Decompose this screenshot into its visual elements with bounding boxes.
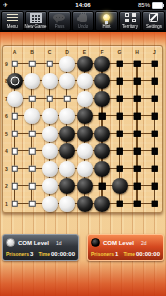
territory-black [116, 78, 123, 85]
row-label: 6 [5, 114, 8, 119]
row-label: 2 [5, 184, 8, 189]
col-label: J [153, 50, 156, 55]
stone-black [94, 161, 110, 177]
col-label: D [65, 50, 69, 55]
territory-label: Territory [122, 24, 138, 29]
territory-black [116, 60, 123, 67]
col-label: H [135, 50, 139, 55]
grid-layer: ABCDEFGHJ987654321 [14, 63, 155, 204]
settings-button[interactable]: Settings [142, 11, 165, 31]
white-time-label: Time [38, 251, 50, 257]
stone-white [77, 73, 93, 89]
pass-icon [53, 12, 65, 23]
col-label: F [100, 50, 103, 55]
row-label: 9 [5, 61, 8, 66]
pass-label: Pass [55, 24, 65, 29]
territory-black [151, 95, 158, 102]
stone-black [59, 143, 75, 159]
territory-black [116, 200, 123, 207]
stone-white [77, 143, 93, 159]
stone-black [112, 178, 128, 194]
territory-icon [125, 12, 136, 23]
territory-white [46, 95, 53, 102]
stone-white [42, 126, 58, 142]
row-label: 5 [5, 131, 8, 136]
white-prisoners-count: 3 [29, 251, 33, 257]
territory-white [46, 60, 53, 67]
menu-label: Menu [7, 24, 18, 29]
territory-black [134, 113, 141, 120]
white-player-rank: 1d [56, 240, 62, 246]
stone-black [94, 91, 110, 107]
territory-black [134, 148, 141, 155]
col-label: G [118, 50, 122, 55]
new-game-label: New Game [25, 24, 47, 29]
black-stone-icon [91, 238, 100, 247]
player-panel-white[interactable]: COM Level 1d Prisoners 3 Time 00:00:00 [2, 234, 79, 261]
undo-label: Undo [78, 24, 89, 29]
territory-black [151, 78, 158, 85]
battery-icon [152, 2, 163, 9]
territory-black [116, 148, 123, 155]
white-time-value: 00:00:00 [51, 251, 75, 257]
stone-white [77, 161, 93, 177]
stone-black [94, 196, 110, 212]
row-label: 1 [5, 201, 8, 206]
stone-black [7, 73, 23, 89]
go-board[interactable]: ABCDEFGHJ987654321 [2, 45, 163, 213]
black-prisoners-count: 1 [114, 251, 118, 257]
territory-white [29, 130, 36, 137]
status-bar: ✈ 14:06 85% [0, 0, 166, 10]
territory-white [29, 183, 36, 190]
stone-white [7, 91, 23, 107]
territory-black [151, 60, 158, 67]
menu-icon [7, 12, 18, 23]
stone-white [24, 108, 40, 124]
stone-black [77, 108, 93, 124]
territory-white [11, 60, 18, 67]
stone-black [59, 126, 75, 142]
territory-white [29, 148, 36, 155]
territory-black [134, 60, 141, 67]
stone-black [94, 56, 110, 72]
territory-white [11, 165, 18, 172]
stone-white [59, 56, 75, 72]
territory-black [151, 165, 158, 172]
stone-white [59, 73, 75, 89]
new-game-icon [30, 12, 42, 23]
stone-white [59, 108, 75, 124]
territory-black [151, 183, 158, 190]
toolbar: Menu New Game Pass Undo Hint Territory S… [0, 10, 166, 32]
airplane-mode-icon: ✈ [3, 0, 8, 10]
settings-icon [149, 12, 158, 23]
stone-white [42, 143, 58, 159]
territory-black [99, 183, 106, 190]
stone-white [42, 108, 58, 124]
territory-black [134, 183, 141, 190]
stone-black [77, 56, 93, 72]
territory-button[interactable]: Territory [119, 11, 142, 31]
hint-button[interactable]: Hint [95, 11, 118, 31]
stone-black [94, 126, 110, 142]
territory-white [29, 165, 36, 172]
territory-black [134, 165, 141, 172]
white-prisoners-label: Prisoners [6, 251, 29, 257]
pass-button: Pass [48, 11, 71, 31]
menu-button[interactable]: Menu [1, 11, 24, 31]
territory-black [151, 148, 158, 155]
territory-black [116, 113, 123, 120]
col-label: A [13, 50, 17, 55]
territory-black [134, 130, 141, 137]
battery-percent: 85% [138, 0, 150, 10]
col-label: B [30, 50, 34, 55]
stone-black [59, 178, 75, 194]
stone-white [59, 196, 75, 212]
last-move-marker [10, 77, 19, 86]
stone-white [42, 196, 58, 212]
territory-black [151, 200, 158, 207]
undo-button: Undo [72, 11, 95, 31]
settings-label: Settings [146, 24, 162, 29]
col-label: C [48, 50, 52, 55]
territory-white [11, 148, 18, 155]
new-game-button[interactable]: New Game [25, 11, 48, 31]
white-player-label: COM Level [18, 240, 49, 246]
white-stone-icon [6, 238, 15, 247]
territory-black [151, 113, 158, 120]
territory-black [134, 78, 141, 85]
stone-white [42, 73, 58, 89]
black-player-label: COM Level [103, 240, 134, 246]
territory-black [151, 130, 158, 137]
territory-black [116, 130, 123, 137]
stone-white [42, 161, 58, 177]
stone-white [24, 73, 40, 89]
territory-white [29, 60, 36, 67]
stone-black [77, 196, 93, 212]
territory-white [11, 183, 18, 190]
territory-black [116, 165, 123, 172]
undo-icon [79, 12, 87, 23]
black-time-label: Time [123, 251, 135, 257]
territory-white [11, 113, 18, 120]
black-prisoners-label: Prisoners [91, 251, 114, 257]
stone-white [77, 91, 93, 107]
territory-white [29, 95, 36, 102]
territory-black [134, 200, 141, 207]
territory-white [64, 95, 71, 102]
territory-white [29, 200, 36, 207]
black-time-value: 00:00:00 [136, 251, 160, 257]
territory-white [11, 130, 18, 137]
territory-white [11, 200, 18, 207]
stone-black [77, 126, 93, 142]
black-player-rank: 2d [141, 240, 147, 246]
hint-label: Hint [103, 24, 111, 29]
territory-black [116, 95, 123, 102]
clock-time: 14:06 [75, 0, 90, 10]
row-label: 3 [5, 166, 8, 171]
player-panel-black[interactable]: COM Level 2d Prisoners 1 Time 00:00:00 [87, 234, 164, 261]
row-label: 4 [5, 149, 8, 154]
stone-black [94, 73, 110, 89]
hint-icon [103, 12, 110, 23]
col-label: E [83, 50, 86, 55]
stone-black [94, 143, 110, 159]
stone-black [77, 178, 93, 194]
territory-black [99, 113, 106, 120]
stone-white [59, 161, 75, 177]
stone-white [42, 178, 58, 194]
territory-black [134, 95, 141, 102]
